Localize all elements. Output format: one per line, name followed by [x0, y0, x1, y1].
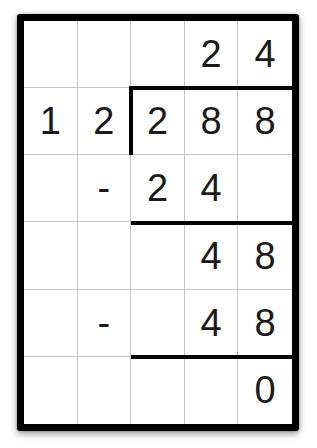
cell-r4c3-empty — [131, 222, 185, 289]
cell-r2c5-8: 8 — [238, 88, 292, 155]
division-grid: 2412288-2448-480 — [24, 21, 292, 424]
cell-r5c1-empty — [24, 290, 78, 357]
cell-r1c5-4: 4 — [238, 21, 292, 88]
cell-r3c5-empty — [238, 155, 292, 222]
cell-r3c4-4: 4 — [185, 155, 239, 222]
cell-r6c3-empty — [131, 357, 185, 424]
cell-r4c4-4: 4 — [185, 222, 239, 289]
cell-r1c4-2: 2 — [185, 21, 239, 88]
cell-r2c2-2: 2 — [78, 88, 132, 155]
cell-r3c1-empty — [24, 155, 78, 222]
cell-r2c3-2: 2 — [131, 88, 185, 155]
cell-r6c2-empty — [78, 357, 132, 424]
cell-r5c4-4: 4 — [185, 290, 239, 357]
cell-r1c1-empty — [24, 21, 78, 88]
long-division-worksheet: 2412288-2448-480 — [0, 0, 317, 448]
cell-r6c4-empty — [185, 357, 239, 424]
cell-r4c2-empty — [78, 222, 132, 289]
cell-r1c2-empty — [78, 21, 132, 88]
cell-r3c2-minus: - — [78, 155, 132, 222]
cell-r1c3-empty — [131, 21, 185, 88]
cell-r5c5-8: 8 — [238, 290, 292, 357]
cell-r6c5-0: 0 — [238, 357, 292, 424]
cell-r4c1-empty — [24, 222, 78, 289]
cell-r5c2-minus: - — [78, 290, 132, 357]
long-division-board: 2412288-2448-480 — [17, 14, 299, 431]
cell-r3c3-2: 2 — [131, 155, 185, 222]
cell-r2c4-8: 8 — [185, 88, 239, 155]
cell-r6c1-empty — [24, 357, 78, 424]
cell-r4c5-8: 8 — [238, 222, 292, 289]
cell-r5c3-empty — [131, 290, 185, 357]
cell-r2c1-1: 1 — [24, 88, 78, 155]
